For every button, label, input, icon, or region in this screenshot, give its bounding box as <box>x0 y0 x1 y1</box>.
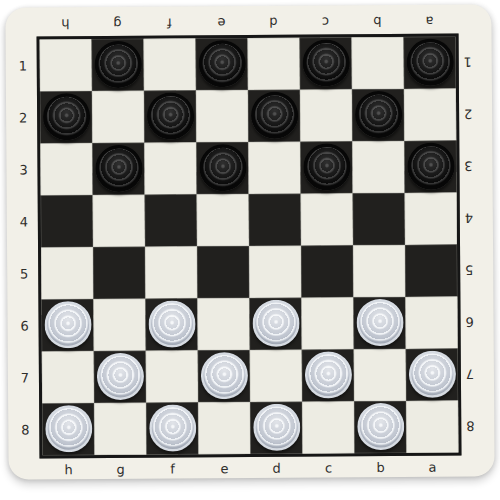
coordinate-label: 2 <box>457 88 479 140</box>
square-g1[interactable] <box>92 39 144 91</box>
square-a6[interactable] <box>405 297 457 349</box>
black-checker-h2[interactable] <box>42 93 89 140</box>
square-c6[interactable] <box>301 297 353 349</box>
square-b3[interactable] <box>352 141 404 193</box>
white-checker-f6[interactable] <box>148 300 195 347</box>
square-h3[interactable] <box>40 143 92 195</box>
square-g3[interactable] <box>92 143 144 195</box>
rank-labels-left: 12345678 <box>12 40 37 456</box>
square-a3[interactable] <box>404 141 456 193</box>
square-b1[interactable] <box>352 37 404 89</box>
white-checker-b6[interactable] <box>356 298 403 345</box>
square-a7[interactable] <box>406 349 458 401</box>
black-checker-c1[interactable] <box>302 39 349 86</box>
coordinate-label: a <box>403 11 455 31</box>
black-checker-f2[interactable] <box>146 92 193 139</box>
coordinate-label: f <box>143 12 195 32</box>
white-checker-d8[interactable] <box>253 403 300 450</box>
square-h4[interactable] <box>41 195 93 247</box>
square-e7[interactable] <box>198 350 250 402</box>
square-c1[interactable] <box>300 37 352 89</box>
square-b5[interactable] <box>353 245 405 297</box>
square-h2[interactable] <box>40 91 92 143</box>
square-g4[interactable] <box>93 195 145 247</box>
black-checker-a1[interactable] <box>406 38 453 85</box>
square-a8[interactable] <box>406 401 458 453</box>
square-f8[interactable] <box>146 402 198 454</box>
coordinate-label: 1 <box>457 36 479 88</box>
square-d7[interactable] <box>250 350 302 402</box>
square-h8[interactable] <box>42 403 94 455</box>
square-b4[interactable] <box>353 193 405 245</box>
square-g7[interactable] <box>94 351 146 403</box>
square-d3[interactable] <box>248 142 300 194</box>
square-c4[interactable] <box>301 193 353 245</box>
square-h6[interactable] <box>41 299 93 351</box>
square-h5[interactable] <box>41 247 93 299</box>
square-c8[interactable] <box>302 401 354 453</box>
coordinate-label: 7 <box>459 348 481 400</box>
coordinate-label: f <box>147 459 199 479</box>
square-b7[interactable] <box>354 349 406 401</box>
white-checker-e7[interactable] <box>200 352 247 399</box>
white-checker-g7[interactable] <box>96 352 143 399</box>
square-e4[interactable] <box>197 194 249 246</box>
coordinate-label: h <box>43 460 95 480</box>
white-checker-c7[interactable] <box>304 351 351 398</box>
square-g2[interactable] <box>92 91 144 143</box>
coordinate-label: 4 <box>13 196 35 248</box>
square-c3[interactable] <box>300 141 352 193</box>
white-checker-d6[interactable] <box>252 299 299 346</box>
photo-background: hgfedcba hgfedcba 12345678 12345678 <box>0 0 500 500</box>
square-f7[interactable] <box>146 350 198 402</box>
square-f3[interactable] <box>144 142 196 194</box>
coordinate-label: 7 <box>14 351 36 403</box>
square-f2[interactable] <box>144 90 196 142</box>
square-a2[interactable] <box>404 89 456 141</box>
coordinate-label: b <box>355 458 407 478</box>
square-f1[interactable] <box>144 38 196 90</box>
black-checker-g3[interactable] <box>95 144 142 191</box>
black-checker-b2[interactable] <box>354 90 401 137</box>
square-f6[interactable] <box>145 298 197 350</box>
square-d8[interactable] <box>250 402 302 454</box>
coordinate-label: 6 <box>458 296 480 348</box>
coordinate-label: c <box>303 458 355 478</box>
coordinate-label: d <box>247 12 299 32</box>
square-e1[interactable] <box>196 38 248 90</box>
black-checker-c3[interactable] <box>303 143 350 190</box>
square-b6[interactable] <box>353 297 405 349</box>
square-f4[interactable] <box>145 194 197 246</box>
checkers-mat: hgfedcba hgfedcba 12345678 12345678 <box>5 4 494 479</box>
coordinate-label: a <box>407 458 459 478</box>
square-c7[interactable] <box>302 349 354 401</box>
coordinate-label: 1 <box>12 40 34 92</box>
coordinate-label: h <box>39 13 91 33</box>
coordinate-label: c <box>299 11 351 31</box>
coordinate-label: 3 <box>457 140 479 192</box>
square-c2[interactable] <box>300 89 352 141</box>
file-labels-top: hgfedcba <box>39 11 455 34</box>
coordinate-label: d <box>251 459 303 479</box>
square-h1[interactable] <box>40 39 92 91</box>
black-checker-a3[interactable] <box>407 142 454 189</box>
white-checker-h8[interactable] <box>45 405 92 452</box>
square-g6[interactable] <box>93 299 145 351</box>
square-e8[interactable] <box>198 402 250 454</box>
square-g5[interactable] <box>93 247 145 299</box>
file-labels-bottom: hgfedcba <box>43 458 459 481</box>
square-c5[interactable] <box>301 245 353 297</box>
coordinate-label: 4 <box>458 192 480 244</box>
coordinate-label: e <box>195 12 247 32</box>
coordinate-label: 6 <box>13 299 35 351</box>
black-checker-d2[interactable] <box>250 91 297 138</box>
coordinate-label: e <box>199 459 251 479</box>
coordinate-label: 3 <box>12 144 34 196</box>
coordinate-label: 8 <box>459 400 481 452</box>
coordinate-label: 2 <box>12 92 34 144</box>
coordinate-label: b <box>351 11 403 31</box>
coordinate-label: 8 <box>14 403 36 455</box>
white-checker-h6[interactable] <box>44 301 91 348</box>
square-a4[interactable] <box>405 193 457 245</box>
square-e2[interactable] <box>196 90 248 142</box>
square-b8[interactable] <box>354 401 406 453</box>
square-e5[interactable] <box>197 246 249 298</box>
black-checker-e3[interactable] <box>199 144 246 191</box>
square-g8[interactable] <box>94 403 146 455</box>
square-a5[interactable] <box>405 245 457 297</box>
square-d2[interactable] <box>248 90 300 142</box>
square-e3[interactable] <box>196 142 248 194</box>
square-a1[interactable] <box>404 37 456 89</box>
coordinate-label: g <box>91 13 143 33</box>
square-h7[interactable] <box>42 351 94 403</box>
board-grid <box>37 34 462 459</box>
square-e6[interactable] <box>197 298 249 350</box>
white-checker-b8[interactable] <box>357 402 404 449</box>
white-checker-a7[interactable] <box>408 350 455 397</box>
white-checker-f8[interactable] <box>149 404 196 451</box>
square-d6[interactable] <box>249 298 301 350</box>
black-checker-g1[interactable] <box>94 40 141 87</box>
coordinate-label: g <box>95 460 147 480</box>
square-f5[interactable] <box>145 246 197 298</box>
black-checker-e1[interactable] <box>198 40 245 87</box>
square-d1[interactable] <box>248 38 300 90</box>
coordinate-label: 5 <box>13 248 35 300</box>
square-d4[interactable] <box>249 194 301 246</box>
square-b2[interactable] <box>352 89 404 141</box>
coordinate-label: 5 <box>458 244 480 296</box>
square-d5[interactable] <box>249 246 301 298</box>
